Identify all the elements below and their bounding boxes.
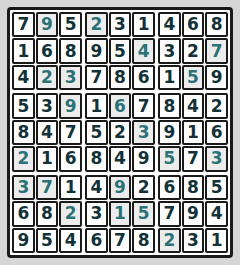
cell-r3c3[interactable]: 3 — [59, 65, 82, 90]
cell-r7c1[interactable]: 3 — [12, 175, 35, 200]
cell-r6c2[interactable]: 1 — [36, 146, 59, 171]
cell-r8c9[interactable]: 4 — [205, 201, 228, 226]
cell-r8c2[interactable]: 8 — [36, 201, 59, 226]
cell-r5c7[interactable]: 9 — [158, 120, 181, 145]
cell-r2c5[interactable]: 5 — [109, 38, 132, 63]
cell-r5c3[interactable]: 7 — [59, 120, 82, 145]
cell-r9c7[interactable]: 2 — [158, 228, 181, 253]
cell-r9c6[interactable]: 8 — [132, 228, 155, 253]
cell-r2c8[interactable]: 2 — [182, 38, 205, 63]
cell-r5c9[interactable]: 6 — [205, 120, 228, 145]
cell-r5c6[interactable]: 3 — [132, 120, 155, 145]
cell-r6c4[interactable]: 8 — [85, 146, 108, 171]
cell-r2c6[interactable]: 4 — [132, 38, 155, 63]
cell-r4c4[interactable]: 1 — [85, 93, 108, 118]
cell-r8c7[interactable]: 7 — [158, 201, 181, 226]
cell-r4c6[interactable]: 7 — [132, 93, 155, 118]
cell-r8c4[interactable]: 3 — [85, 201, 108, 226]
cell-r8c6[interactable]: 5 — [132, 201, 155, 226]
cell-r9c4[interactable]: 6 — [85, 228, 108, 253]
cell-r7c7[interactable]: 6 — [158, 175, 181, 200]
cell-r2c9[interactable]: 7 — [205, 38, 228, 63]
cell-r7c9[interactable]: 5 — [205, 175, 228, 200]
box-1: 795168423 — [12, 12, 82, 90]
cell-r8c5[interactable]: 1 — [109, 201, 132, 226]
cell-r7c5[interactable]: 9 — [109, 175, 132, 200]
cell-r8c1[interactable]: 6 — [12, 201, 35, 226]
cell-r7c8[interactable]: 8 — [182, 175, 205, 200]
cell-r9c8[interactable]: 3 — [182, 228, 205, 253]
cell-r9c2[interactable]: 5 — [36, 228, 59, 253]
cell-r1c4[interactable]: 2 — [85, 12, 108, 37]
cell-r6c5[interactable]: 4 — [109, 146, 132, 171]
box-5: 167523849 — [85, 93, 155, 171]
cell-r3c5[interactable]: 8 — [109, 65, 132, 90]
box-6: 842916573 — [158, 93, 228, 171]
cell-r1c7[interactable]: 4 — [158, 12, 181, 37]
cell-r6c8[interactable]: 7 — [182, 146, 205, 171]
cell-r1c1[interactable]: 7 — [12, 12, 35, 37]
cell-r5c1[interactable]: 8 — [12, 120, 35, 145]
cell-r6c7[interactable]: 5 — [158, 146, 181, 171]
cell-r2c2[interactable]: 6 — [36, 38, 59, 63]
cell-r7c6[interactable]: 2 — [132, 175, 155, 200]
box-4: 539847216 — [12, 93, 82, 171]
cell-r9c5[interactable]: 7 — [109, 228, 132, 253]
cell-r7c4[interactable]: 4 — [85, 175, 108, 200]
cell-r4c5[interactable]: 6 — [109, 93, 132, 118]
cell-r3c8[interactable]: 5 — [182, 65, 205, 90]
cell-r1c2[interactable]: 9 — [36, 12, 59, 37]
cell-r3c2[interactable]: 2 — [36, 65, 59, 90]
cell-r2c1[interactable]: 1 — [12, 38, 35, 63]
box-8: 492315678 — [85, 175, 155, 253]
cell-r7c2[interactable]: 7 — [36, 175, 59, 200]
cell-r6c1[interactable]: 2 — [12, 146, 35, 171]
cell-r5c2[interactable]: 4 — [36, 120, 59, 145]
cell-r3c4[interactable]: 7 — [85, 65, 108, 90]
cell-r4c9[interactable]: 2 — [205, 93, 228, 118]
cell-r1c8[interactable]: 6 — [182, 12, 205, 37]
cell-r8c8[interactable]: 9 — [182, 201, 205, 226]
cell-r6c3[interactable]: 6 — [59, 146, 82, 171]
cell-r3c9[interactable]: 9 — [205, 65, 228, 90]
cell-r9c3[interactable]: 4 — [59, 228, 82, 253]
cell-r4c3[interactable]: 9 — [59, 93, 82, 118]
cell-r4c2[interactable]: 3 — [36, 93, 59, 118]
cell-r1c5[interactable]: 3 — [109, 12, 132, 37]
cell-r7c3[interactable]: 1 — [59, 175, 82, 200]
cell-r5c8[interactable]: 1 — [182, 120, 205, 145]
cell-r9c1[interactable]: 9 — [12, 228, 35, 253]
cell-r3c1[interactable]: 4 — [12, 65, 35, 90]
cell-r6c6[interactable]: 9 — [132, 146, 155, 171]
cell-r6c9[interactable]: 3 — [205, 146, 228, 171]
cell-r4c1[interactable]: 5 — [12, 93, 35, 118]
cell-r5c4[interactable]: 5 — [85, 120, 108, 145]
box-9: 685794231 — [158, 175, 228, 253]
cell-r5c5[interactable]: 2 — [109, 120, 132, 145]
cell-r3c7[interactable]: 1 — [158, 65, 181, 90]
box-2: 231954786 — [85, 12, 155, 90]
cell-r1c6[interactable]: 1 — [132, 12, 155, 37]
cell-r4c8[interactable]: 4 — [182, 93, 205, 118]
box-7: 371682954 — [12, 175, 82, 253]
cell-r1c3[interactable]: 5 — [59, 12, 82, 37]
cell-r2c3[interactable]: 8 — [59, 38, 82, 63]
box-3: 468327159 — [158, 12, 228, 90]
cell-r4c7[interactable]: 8 — [158, 93, 181, 118]
cell-r8c3[interactable]: 2 — [59, 201, 82, 226]
cell-r2c4[interactable]: 9 — [85, 38, 108, 63]
sudoku-board: 7951684232319547864683271595398472161675… — [7, 7, 233, 258]
cell-r3c6[interactable]: 6 — [132, 65, 155, 90]
cell-r2c7[interactable]: 3 — [158, 38, 181, 63]
cell-r9c9[interactable]: 1 — [205, 228, 228, 253]
cell-r1c9[interactable]: 8 — [205, 12, 228, 37]
